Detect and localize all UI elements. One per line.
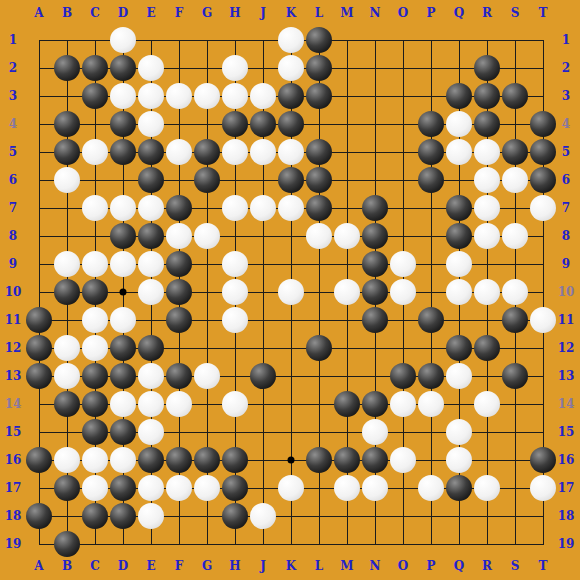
white-stone-T7: [530, 195, 556, 221]
black-stone-G6: [194, 167, 220, 193]
black-stone-R4: [474, 111, 500, 137]
row-label-left-1: 1: [9, 34, 17, 46]
white-stone-K7: [278, 195, 304, 221]
white-stone-Q16: [446, 447, 472, 473]
row-label-left-2: 2: [9, 62, 17, 74]
black-stone-T16: [530, 447, 556, 473]
row-label-left-3: 3: [9, 90, 17, 102]
white-stone-H5: [222, 139, 248, 165]
row-label-left-11: 11: [5, 314, 22, 326]
col-label-top-G: G: [202, 7, 212, 19]
black-stone-L6: [306, 167, 332, 193]
black-stone-R3: [474, 83, 500, 109]
white-stone-E7: [138, 195, 164, 221]
black-stone-E12: [138, 335, 164, 361]
white-stone-K17: [278, 475, 304, 501]
black-stone-S13: [502, 363, 528, 389]
row-label-left-4: 4: [9, 118, 17, 130]
row-label-left-7: 7: [9, 202, 17, 214]
black-stone-B19: [54, 531, 80, 557]
black-stone-H18: [222, 503, 248, 529]
black-stone-Q7: [446, 195, 472, 221]
col-label-top-P: P: [426, 7, 435, 19]
col-label-bottom-O: O: [398, 560, 408, 572]
black-stone-E5: [138, 139, 164, 165]
black-stone-G16: [194, 447, 220, 473]
white-stone-J5: [250, 139, 276, 165]
white-stone-M10: [334, 279, 360, 305]
white-stone-E13: [138, 363, 164, 389]
col-label-top-O: O: [398, 7, 408, 19]
col-label-bottom-Q: Q: [454, 560, 464, 572]
black-stone-S5: [502, 139, 528, 165]
black-stone-H17: [222, 475, 248, 501]
row-label-left-14: 14: [5, 398, 22, 410]
black-stone-T6: [530, 167, 556, 193]
black-stone-C10: [82, 279, 108, 305]
white-stone-C12: [82, 335, 108, 361]
black-stone-E6: [138, 167, 164, 193]
row-label-right-1: 1: [562, 34, 570, 46]
row-label-left-15: 15: [5, 426, 22, 438]
black-stone-L7: [306, 195, 332, 221]
white-stone-G3: [194, 83, 220, 109]
black-stone-T5: [530, 139, 556, 165]
white-stone-J3: [250, 83, 276, 109]
black-stone-D2: [110, 55, 136, 81]
black-stone-P6: [418, 167, 444, 193]
col-label-top-R: R: [482, 7, 492, 19]
col-label-bottom-F: F: [175, 560, 184, 572]
go-board[interactable]: AABBCCDDEEFFGGHHJJKKLLMMNNOOPPQQRRSSTT11…: [0, 0, 580, 580]
black-stone-A16: [26, 447, 52, 473]
white-stone-E3: [138, 83, 164, 109]
white-stone-R10: [474, 279, 500, 305]
black-stone-C15: [82, 419, 108, 445]
white-stone-N17: [362, 475, 388, 501]
row-label-left-16: 16: [5, 454, 22, 466]
white-stone-C16: [82, 447, 108, 473]
black-stone-D12: [110, 335, 136, 361]
black-stone-R2: [474, 55, 500, 81]
row-label-right-19: 19: [558, 538, 575, 550]
white-stone-R6: [474, 167, 500, 193]
black-stone-B4: [54, 111, 80, 137]
white-stone-C9: [82, 251, 108, 277]
white-stone-H14: [222, 391, 248, 417]
col-label-bottom-E: E: [146, 560, 155, 572]
white-stone-Q13: [446, 363, 472, 389]
white-stone-P17: [418, 475, 444, 501]
black-stone-M16: [334, 447, 360, 473]
black-stone-D5: [110, 139, 136, 165]
white-stone-M8: [334, 223, 360, 249]
col-label-bottom-L: L: [315, 560, 323, 572]
row-label-right-11: 11: [558, 314, 575, 326]
row-label-left-18: 18: [5, 510, 22, 522]
white-stone-S8: [502, 223, 528, 249]
white-stone-B13: [54, 363, 80, 389]
black-stone-D8: [110, 223, 136, 249]
black-stone-B10: [54, 279, 80, 305]
white-stone-P14: [418, 391, 444, 417]
black-stone-N9: [362, 251, 388, 277]
col-label-bottom-H: H: [229, 560, 240, 572]
black-stone-F9: [166, 251, 192, 277]
row-label-right-8: 8: [562, 230, 570, 242]
black-stone-F16: [166, 447, 192, 473]
row-label-right-16: 16: [558, 454, 575, 466]
white-stone-G13: [194, 363, 220, 389]
white-stone-B16: [54, 447, 80, 473]
row-label-right-7: 7: [562, 202, 570, 214]
white-stone-D1: [110, 27, 136, 53]
col-label-bottom-T: T: [539, 560, 548, 572]
white-stone-J18: [250, 503, 276, 529]
white-stone-H10: [222, 279, 248, 305]
black-stone-D4: [110, 111, 136, 137]
col-label-bottom-M: M: [340, 560, 353, 572]
white-stone-C7: [82, 195, 108, 221]
white-stone-K5: [278, 139, 304, 165]
white-stone-C17: [82, 475, 108, 501]
white-stone-K1: [278, 27, 304, 53]
white-stone-D7: [110, 195, 136, 221]
black-stone-G5: [194, 139, 220, 165]
white-stone-Q9: [446, 251, 472, 277]
black-stone-N11: [362, 307, 388, 333]
white-stone-M17: [334, 475, 360, 501]
col-label-bottom-B: B: [62, 560, 72, 572]
white-stone-R8: [474, 223, 500, 249]
white-stone-N15: [362, 419, 388, 445]
white-stone-H7: [222, 195, 248, 221]
black-stone-K3: [278, 83, 304, 109]
black-stone-N16: [362, 447, 388, 473]
white-stone-R7: [474, 195, 500, 221]
white-stone-Q4: [446, 111, 472, 137]
black-stone-F10: [166, 279, 192, 305]
black-stone-L3: [306, 83, 332, 109]
col-label-bottom-N: N: [370, 560, 381, 572]
white-stone-T11: [530, 307, 556, 333]
white-stone-R14: [474, 391, 500, 417]
white-stone-C5: [82, 139, 108, 165]
white-stone-E14: [138, 391, 164, 417]
black-stone-C13: [82, 363, 108, 389]
black-stone-K4: [278, 111, 304, 137]
black-stone-A12: [26, 335, 52, 361]
white-stone-E10: [138, 279, 164, 305]
white-stone-T17: [530, 475, 556, 501]
white-stone-D11: [110, 307, 136, 333]
white-stone-E17: [138, 475, 164, 501]
white-stone-J7: [250, 195, 276, 221]
black-stone-B14: [54, 391, 80, 417]
white-stone-F14: [166, 391, 192, 417]
white-stone-B6: [54, 167, 80, 193]
col-label-top-C: C: [90, 7, 100, 19]
white-stone-S6: [502, 167, 528, 193]
white-stone-R17: [474, 475, 500, 501]
white-stone-E2: [138, 55, 164, 81]
black-stone-J4: [250, 111, 276, 137]
col-label-bottom-R: R: [482, 560, 492, 572]
white-stone-D14: [110, 391, 136, 417]
col-label-bottom-C: C: [90, 560, 100, 572]
white-stone-H9: [222, 251, 248, 277]
black-stone-N8: [362, 223, 388, 249]
white-stone-B9: [54, 251, 80, 277]
black-stone-C14: [82, 391, 108, 417]
col-label-top-N: N: [370, 7, 381, 19]
black-stone-T4: [530, 111, 556, 137]
black-stone-L16: [306, 447, 332, 473]
row-label-left-17: 17: [5, 482, 22, 494]
row-label-right-6: 6: [562, 174, 570, 186]
row-label-right-15: 15: [558, 426, 575, 438]
black-stone-Q3: [446, 83, 472, 109]
col-label-top-B: B: [62, 7, 72, 19]
row-label-left-6: 6: [9, 174, 17, 186]
col-label-top-S: S: [511, 7, 520, 19]
black-stone-P11: [418, 307, 444, 333]
col-label-top-E: E: [146, 7, 155, 19]
black-stone-S11: [502, 307, 528, 333]
col-label-top-D: D: [118, 7, 128, 19]
white-stone-O10: [390, 279, 416, 305]
black-stone-P4: [418, 111, 444, 137]
row-label-right-3: 3: [562, 90, 570, 102]
black-stone-H16: [222, 447, 248, 473]
black-stone-R12: [474, 335, 500, 361]
white-stone-O14: [390, 391, 416, 417]
black-stone-L5: [306, 139, 332, 165]
white-stone-Q15: [446, 419, 472, 445]
white-stone-H3: [222, 83, 248, 109]
col-label-bottom-S: S: [511, 560, 520, 572]
row-label-left-12: 12: [5, 342, 22, 354]
white-stone-B12: [54, 335, 80, 361]
white-stone-H11: [222, 307, 248, 333]
row-label-right-14: 14: [558, 398, 575, 410]
black-stone-D13: [110, 363, 136, 389]
black-stone-B5: [54, 139, 80, 165]
star-point-K16: [288, 457, 295, 464]
black-stone-Q8: [446, 223, 472, 249]
row-label-right-17: 17: [558, 482, 575, 494]
row-label-right-18: 18: [558, 510, 575, 522]
row-label-left-8: 8: [9, 230, 17, 242]
black-stone-E8: [138, 223, 164, 249]
black-stone-A11: [26, 307, 52, 333]
row-label-right-12: 12: [558, 342, 575, 354]
white-stone-F17: [166, 475, 192, 501]
black-stone-F13: [166, 363, 192, 389]
black-stone-L12: [306, 335, 332, 361]
row-label-left-5: 5: [9, 146, 17, 158]
row-label-left-10: 10: [5, 286, 22, 298]
black-stone-N7: [362, 195, 388, 221]
white-stone-O9: [390, 251, 416, 277]
black-stone-M14: [334, 391, 360, 417]
row-label-right-10: 10: [558, 286, 575, 298]
white-stone-O16: [390, 447, 416, 473]
black-stone-K6: [278, 167, 304, 193]
row-label-right-13: 13: [558, 370, 575, 382]
row-label-right-5: 5: [562, 146, 570, 158]
black-stone-D15: [110, 419, 136, 445]
black-stone-C18: [82, 503, 108, 529]
black-stone-P13: [418, 363, 444, 389]
black-stone-C3: [82, 83, 108, 109]
col-label-top-K: K: [286, 7, 296, 19]
white-stone-Q5: [446, 139, 472, 165]
black-stone-F7: [166, 195, 192, 221]
black-stone-L1: [306, 27, 332, 53]
white-stone-L8: [306, 223, 332, 249]
white-stone-G17: [194, 475, 220, 501]
black-stone-B2: [54, 55, 80, 81]
black-stone-A13: [26, 363, 52, 389]
row-label-left-19: 19: [5, 538, 22, 550]
white-stone-E4: [138, 111, 164, 137]
white-stone-Q10: [446, 279, 472, 305]
black-stone-D18: [110, 503, 136, 529]
white-stone-D16: [110, 447, 136, 473]
white-stone-D3: [110, 83, 136, 109]
black-stone-N10: [362, 279, 388, 305]
black-stone-H4: [222, 111, 248, 137]
black-stone-S3: [502, 83, 528, 109]
star-point-D10: [120, 289, 127, 296]
black-stone-L2: [306, 55, 332, 81]
col-label-top-F: F: [175, 7, 184, 19]
black-stone-B17: [54, 475, 80, 501]
black-stone-Q17: [446, 475, 472, 501]
white-stone-K2: [278, 55, 304, 81]
white-stone-R5: [474, 139, 500, 165]
col-label-top-Q: Q: [454, 7, 464, 19]
col-label-top-J: J: [260, 7, 266, 19]
black-stone-J13: [250, 363, 276, 389]
black-stone-P5: [418, 139, 444, 165]
col-label-bottom-K: K: [286, 560, 296, 572]
white-stone-H2: [222, 55, 248, 81]
row-label-left-9: 9: [9, 258, 17, 270]
white-stone-E9: [138, 251, 164, 277]
row-label-right-4: 4: [562, 118, 570, 130]
black-stone-E16: [138, 447, 164, 473]
row-label-right-9: 9: [562, 258, 570, 270]
black-stone-C2: [82, 55, 108, 81]
black-stone-F11: [166, 307, 192, 333]
col-label-bottom-G: G: [202, 560, 212, 572]
white-stone-F3: [166, 83, 192, 109]
row-label-left-13: 13: [5, 370, 22, 382]
white-stone-D9: [110, 251, 136, 277]
black-stone-N14: [362, 391, 388, 417]
row-label-right-2: 2: [562, 62, 570, 74]
white-stone-C11: [82, 307, 108, 333]
black-stone-O13: [390, 363, 416, 389]
col-label-bottom-A: A: [34, 560, 43, 572]
col-label-top-T: T: [539, 7, 548, 19]
black-stone-A18: [26, 503, 52, 529]
white-stone-E18: [138, 503, 164, 529]
white-stone-G8: [194, 223, 220, 249]
col-label-top-A: A: [34, 7, 43, 19]
black-stone-Q12: [446, 335, 472, 361]
col-label-bottom-J: J: [260, 560, 266, 572]
white-stone-S10: [502, 279, 528, 305]
black-stone-D17: [110, 475, 136, 501]
white-stone-K10: [278, 279, 304, 305]
col-label-top-M: M: [340, 7, 353, 19]
white-stone-F5: [166, 139, 192, 165]
white-stone-E15: [138, 419, 164, 445]
col-label-bottom-P: P: [426, 560, 435, 572]
col-label-top-L: L: [315, 7, 323, 19]
col-label-top-H: H: [229, 7, 240, 19]
white-stone-F8: [166, 223, 192, 249]
col-label-bottom-D: D: [118, 560, 128, 572]
